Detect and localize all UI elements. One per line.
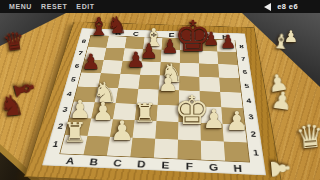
file-label-bottom-a: A [65, 156, 75, 166]
square-h5[interactable] [219, 78, 241, 93]
captured-white-queen-4: ♛ [294, 119, 320, 153]
captured-black-queen-0: ♛ [2, 29, 27, 56]
piece-white-pawn-g2[interactable]: ♟ [202, 106, 225, 132]
reset-button[interactable]: RESET [41, 3, 67, 10]
rank-label-right-1: 1 [253, 148, 259, 156]
piece-black-knight-b8[interactable]: ♞ [107, 14, 128, 37]
file-label-bottom-h: H [233, 163, 242, 173]
piece-black-king-f6[interactable]: ♚ [174, 16, 212, 58]
file-label-bottom-d: D [137, 159, 146, 169]
file-label-bottom-e: E [161, 160, 169, 170]
file-label-bottom-g: G [209, 162, 219, 172]
square-d5[interactable] [138, 75, 159, 90]
square-h6[interactable] [218, 64, 239, 78]
rank-label-left-1: 1 [52, 140, 59, 148]
piece-black-pawn-c5[interactable]: ♟ [127, 50, 146, 71]
square-g6[interactable] [199, 63, 219, 77]
piece-black-pawn-a5[interactable]: ♟ [82, 52, 101, 73]
piece-white-pawn-c1[interactable]: ♟ [110, 117, 134, 144]
square-b6[interactable] [101, 60, 123, 74]
file-label-bottom-f: F [186, 161, 193, 171]
rank-label-left-3: 3 [62, 106, 69, 113]
rank-label-left-6: 6 [74, 63, 80, 68]
square-e1[interactable] [154, 139, 178, 159]
move-history-display: e8 e6 [264, 0, 298, 13]
square-g1[interactable] [201, 141, 225, 161]
square-h7[interactable] [217, 52, 237, 65]
undo-triangle-icon[interactable] [264, 3, 271, 11]
menu-button[interactable]: MENU [9, 3, 32, 10]
square-b1[interactable] [84, 136, 110, 156]
file-label-top-c: C [133, 31, 140, 37]
rank-label-left-5: 5 [70, 76, 76, 82]
last-move-text: e8 e6 [277, 2, 298, 11]
rank-label-right-6: 6 [242, 69, 247, 75]
captured-white-pawn-3: ♟ [270, 88, 295, 115]
file-label-bottom-c: C [113, 158, 123, 168]
piece-white-rook-a1[interactable]: ♜ [63, 119, 87, 146]
square-b7[interactable] [104, 48, 125, 61]
rank-label-right-8: 8 [239, 44, 244, 49]
rank-label-right-4: 4 [246, 97, 252, 103]
file-label-bottom-b: B [89, 157, 99, 167]
captured-white-pawn-1: ♟ [284, 29, 298, 45]
piece-white-rook-d2[interactable]: ♜ [133, 100, 156, 126]
rank-label-right-5: 5 [244, 83, 249, 89]
square-h1[interactable] [224, 142, 249, 162]
piece-white-pawn-h2[interactable]: ♟ [225, 108, 248, 134]
piece-black-pawn-h7[interactable]: ♟ [220, 33, 236, 51]
rank-label-right-2: 2 [250, 130, 256, 137]
captured-black-knight-2: ♞ [0, 91, 26, 121]
rank-label-right-3: 3 [248, 113, 254, 120]
rank-label-right-7: 7 [241, 56, 246, 61]
edit-button[interactable]: EDIT [76, 3, 94, 10]
menu-bar: MENU RESET EDIT e8 e6 [0, 0, 320, 13]
square-f1[interactable] [178, 140, 202, 160]
rank-label-left-8: 8 [81, 39, 86, 44]
app-window: AABBCCDDEEFFGGHH1122334455667788 ♝♞♝♟♟♟♚… [0, 0, 320, 180]
captured-white-pawn-5: ♟ [267, 156, 294, 180]
square-c5[interactable] [118, 74, 140, 89]
